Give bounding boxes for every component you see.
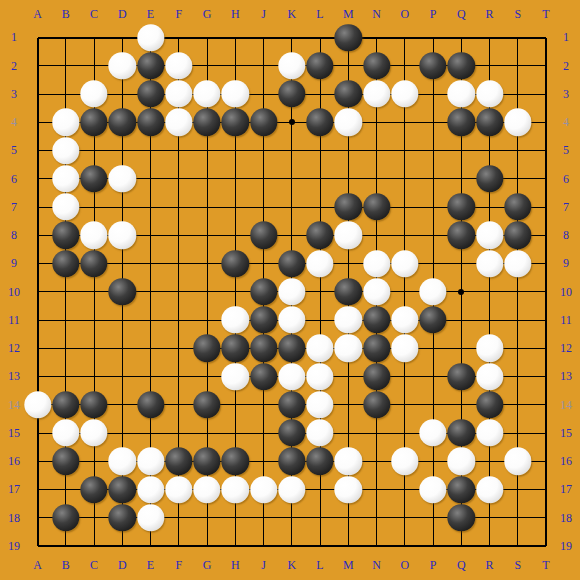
board-cell-D16[interactable]: [108, 447, 136, 475]
board-cell-O17[interactable]: [391, 475, 419, 503]
board-cell-S10[interactable]: [504, 278, 532, 306]
board-cell-B5[interactable]: [52, 136, 80, 164]
board-cell-H19[interactable]: [221, 532, 249, 560]
board-cell-P16[interactable]: [419, 447, 447, 475]
board-cell-Q12[interactable]: [447, 334, 475, 362]
board-cell-J18[interactable]: [249, 504, 277, 532]
board-cell-R3[interactable]: [475, 80, 503, 108]
board-cell-H14[interactable]: [221, 391, 249, 419]
board-cell-J1[interactable]: [249, 23, 277, 51]
board-cell-F2[interactable]: [165, 52, 193, 80]
board-cell-Q10[interactable]: [447, 278, 475, 306]
board-cell-R18[interactable]: [475, 504, 503, 532]
board-cell-G5[interactable]: [193, 136, 221, 164]
board-cell-J10[interactable]: [249, 278, 277, 306]
board-cell-L7[interactable]: [306, 193, 334, 221]
board-cell-G16[interactable]: [193, 447, 221, 475]
board-cell-K6[interactable]: [278, 165, 306, 193]
board-cell-J17[interactable]: [249, 475, 277, 503]
board-cell-T11[interactable]: [532, 306, 560, 334]
board-cell-E19[interactable]: [136, 532, 164, 560]
board-cell-A9[interactable]: [23, 249, 51, 277]
board-cell-G1[interactable]: [193, 23, 221, 51]
board-cell-G15[interactable]: [193, 419, 221, 447]
board-cell-E9[interactable]: [136, 249, 164, 277]
board-cell-K4[interactable]: [278, 108, 306, 136]
board-cell-C13[interactable]: [80, 362, 108, 390]
board-cell-P6[interactable]: [419, 165, 447, 193]
board-cell-L17[interactable]: [306, 475, 334, 503]
board-cell-A3[interactable]: [23, 80, 51, 108]
board-cell-O6[interactable]: [391, 165, 419, 193]
board-cell-G12[interactable]: [193, 334, 221, 362]
board-cell-E10[interactable]: [136, 278, 164, 306]
board-cell-S7[interactable]: [504, 193, 532, 221]
board-cell-E13[interactable]: [136, 362, 164, 390]
board-cell-C8[interactable]: [80, 221, 108, 249]
board-cell-J16[interactable]: [249, 447, 277, 475]
board-cell-T5[interactable]: [532, 136, 560, 164]
board-cell-B9[interactable]: [52, 249, 80, 277]
board-cell-D11[interactable]: [108, 306, 136, 334]
board-cell-F14[interactable]: [165, 391, 193, 419]
board-cell-Q13[interactable]: [447, 362, 475, 390]
board-cell-A16[interactable]: [23, 447, 51, 475]
board-cell-S2[interactable]: [504, 52, 532, 80]
board-cell-P14[interactable]: [419, 391, 447, 419]
board-cell-N8[interactable]: [362, 221, 390, 249]
board-cell-T15[interactable]: [532, 419, 560, 447]
board-cell-D8[interactable]: [108, 221, 136, 249]
board-cell-D6[interactable]: [108, 165, 136, 193]
board-cell-D4[interactable]: [108, 108, 136, 136]
board-cell-T1[interactable]: [532, 23, 560, 51]
board-cell-A10[interactable]: [23, 278, 51, 306]
board-cell-B11[interactable]: [52, 306, 80, 334]
board-cell-S15[interactable]: [504, 419, 532, 447]
board-cell-E14[interactable]: [136, 391, 164, 419]
board-cell-N7[interactable]: [362, 193, 390, 221]
board-cell-F3[interactable]: [165, 80, 193, 108]
board-cell-G7[interactable]: [193, 193, 221, 221]
board-cell-M12[interactable]: [334, 334, 362, 362]
board-cell-E15[interactable]: [136, 419, 164, 447]
board-cell-H4[interactable]: [221, 108, 249, 136]
board-cell-P3[interactable]: [419, 80, 447, 108]
board-cell-N11[interactable]: [362, 306, 390, 334]
board-cell-S16[interactable]: [504, 447, 532, 475]
board-cell-D2[interactable]: [108, 52, 136, 80]
board-cell-O11[interactable]: [391, 306, 419, 334]
board-cell-T14[interactable]: [532, 391, 560, 419]
board-cell-L9[interactable]: [306, 249, 334, 277]
board-cell-P18[interactable]: [419, 504, 447, 532]
board-cell-E8[interactable]: [136, 221, 164, 249]
board-cell-Q7[interactable]: [447, 193, 475, 221]
board-cell-N16[interactable]: [362, 447, 390, 475]
board-cell-B18[interactable]: [52, 504, 80, 532]
board-cell-P7[interactable]: [419, 193, 447, 221]
board-cell-M10[interactable]: [334, 278, 362, 306]
board-cell-Q9[interactable]: [447, 249, 475, 277]
board-cell-R8[interactable]: [475, 221, 503, 249]
board-cell-G2[interactable]: [193, 52, 221, 80]
board-cell-R10[interactable]: [475, 278, 503, 306]
board-cell-P1[interactable]: [419, 23, 447, 51]
board-cell-B15[interactable]: [52, 419, 80, 447]
board-cell-S4[interactable]: [504, 108, 532, 136]
board-cell-O3[interactable]: [391, 80, 419, 108]
board-cell-O10[interactable]: [391, 278, 419, 306]
board-cell-E2[interactable]: [136, 52, 164, 80]
board-cell-M2[interactable]: [334, 52, 362, 80]
board-cell-K2[interactable]: [278, 52, 306, 80]
board-cell-L16[interactable]: [306, 447, 334, 475]
board-cell-H10[interactable]: [221, 278, 249, 306]
board-cell-D5[interactable]: [108, 136, 136, 164]
board-cell-A14[interactable]: [23, 391, 51, 419]
board-cell-K9[interactable]: [278, 249, 306, 277]
board-cell-T19[interactable]: [532, 532, 560, 560]
board-cell-A5[interactable]: [23, 136, 51, 164]
board-cell-K11[interactable]: [278, 306, 306, 334]
board-cell-L1[interactable]: [306, 23, 334, 51]
board-cell-H3[interactable]: [221, 80, 249, 108]
board-cell-G6[interactable]: [193, 165, 221, 193]
board-cell-P15[interactable]: [419, 419, 447, 447]
board-cell-L15[interactable]: [306, 419, 334, 447]
board-cell-R11[interactable]: [475, 306, 503, 334]
board-cell-J14[interactable]: [249, 391, 277, 419]
board-cell-L6[interactable]: [306, 165, 334, 193]
board-cell-M1[interactable]: [334, 23, 362, 51]
board-cell-P12[interactable]: [419, 334, 447, 362]
board-cell-H12[interactable]: [221, 334, 249, 362]
board-cell-F7[interactable]: [165, 193, 193, 221]
board-cell-H6[interactable]: [221, 165, 249, 193]
board-cell-C16[interactable]: [80, 447, 108, 475]
board-cell-L12[interactable]: [306, 334, 334, 362]
board-cell-Q19[interactable]: [447, 532, 475, 560]
board-cell-M11[interactable]: [334, 306, 362, 334]
board-cell-T3[interactable]: [532, 80, 560, 108]
board-cell-R7[interactable]: [475, 193, 503, 221]
board-cell-A7[interactable]: [23, 193, 51, 221]
board-cell-F18[interactable]: [165, 504, 193, 532]
board-cell-L11[interactable]: [306, 306, 334, 334]
board-cell-F16[interactable]: [165, 447, 193, 475]
board-cell-E4[interactable]: [136, 108, 164, 136]
board-cell-B12[interactable]: [52, 334, 80, 362]
board-cell-M13[interactable]: [334, 362, 362, 390]
board-cell-F5[interactable]: [165, 136, 193, 164]
board-cell-A11[interactable]: [23, 306, 51, 334]
board-cell-R5[interactable]: [475, 136, 503, 164]
board-cell-K13[interactable]: [278, 362, 306, 390]
board-cell-B16[interactable]: [52, 447, 80, 475]
board-cell-Q11[interactable]: [447, 306, 475, 334]
board-cell-Q6[interactable]: [447, 165, 475, 193]
board-cell-Q4[interactable]: [447, 108, 475, 136]
board-cell-L10[interactable]: [306, 278, 334, 306]
board-cell-K3[interactable]: [278, 80, 306, 108]
board-cell-C9[interactable]: [80, 249, 108, 277]
board-cell-P9[interactable]: [419, 249, 447, 277]
board-cell-P19[interactable]: [419, 532, 447, 560]
board-cell-A8[interactable]: [23, 221, 51, 249]
board-cell-C12[interactable]: [80, 334, 108, 362]
board-cell-D19[interactable]: [108, 532, 136, 560]
board-cell-L5[interactable]: [306, 136, 334, 164]
board-cell-L13[interactable]: [306, 362, 334, 390]
board-cell-K10[interactable]: [278, 278, 306, 306]
board-cell-O12[interactable]: [391, 334, 419, 362]
board-cell-S8[interactable]: [504, 221, 532, 249]
board-cell-S1[interactable]: [504, 23, 532, 51]
board-cell-S5[interactable]: [504, 136, 532, 164]
board-cell-C5[interactable]: [80, 136, 108, 164]
board-cell-O8[interactable]: [391, 221, 419, 249]
board-cell-H2[interactable]: [221, 52, 249, 80]
board-cell-B19[interactable]: [52, 532, 80, 560]
board-cell-N14[interactable]: [362, 391, 390, 419]
board-cell-C15[interactable]: [80, 419, 108, 447]
board-cell-Q8[interactable]: [447, 221, 475, 249]
board-cell-A2[interactable]: [23, 52, 51, 80]
board-cell-R13[interactable]: [475, 362, 503, 390]
board-cell-H11[interactable]: [221, 306, 249, 334]
board-cell-N6[interactable]: [362, 165, 390, 193]
board-cell-C11[interactable]: [80, 306, 108, 334]
board-cell-J6[interactable]: [249, 165, 277, 193]
board-cell-B13[interactable]: [52, 362, 80, 390]
board-cell-N2[interactable]: [362, 52, 390, 80]
board-cell-J7[interactable]: [249, 193, 277, 221]
board-cell-S11[interactable]: [504, 306, 532, 334]
board-cell-L14[interactable]: [306, 391, 334, 419]
board-cell-A12[interactable]: [23, 334, 51, 362]
board-cell-G11[interactable]: [193, 306, 221, 334]
board-cell-E5[interactable]: [136, 136, 164, 164]
board-cell-B17[interactable]: [52, 475, 80, 503]
board-cell-F15[interactable]: [165, 419, 193, 447]
board-cell-J2[interactable]: [249, 52, 277, 80]
board-cell-L19[interactable]: [306, 532, 334, 560]
board-cell-D15[interactable]: [108, 419, 136, 447]
board-cell-M3[interactable]: [334, 80, 362, 108]
board-cell-J15[interactable]: [249, 419, 277, 447]
board-cell-F13[interactable]: [165, 362, 193, 390]
board-cell-R17[interactable]: [475, 475, 503, 503]
board-cell-E7[interactable]: [136, 193, 164, 221]
board-cell-M17[interactable]: [334, 475, 362, 503]
board-cell-R12[interactable]: [475, 334, 503, 362]
board-cell-O1[interactable]: [391, 23, 419, 51]
board-cell-T2[interactable]: [532, 52, 560, 80]
board-cell-K14[interactable]: [278, 391, 306, 419]
board-cell-F8[interactable]: [165, 221, 193, 249]
board-cell-D18[interactable]: [108, 504, 136, 532]
board-cell-R2[interactable]: [475, 52, 503, 80]
board-cell-G8[interactable]: [193, 221, 221, 249]
board-cell-H17[interactable]: [221, 475, 249, 503]
board-cell-P17[interactable]: [419, 475, 447, 503]
board-cell-G4[interactable]: [193, 108, 221, 136]
board-cell-E6[interactable]: [136, 165, 164, 193]
board-cell-H9[interactable]: [221, 249, 249, 277]
board-cell-A1[interactable]: [23, 23, 51, 51]
board-cell-D7[interactable]: [108, 193, 136, 221]
board-cell-N1[interactable]: [362, 23, 390, 51]
board-cell-D12[interactable]: [108, 334, 136, 362]
board-cell-S6[interactable]: [504, 165, 532, 193]
board-cell-O16[interactable]: [391, 447, 419, 475]
board-cell-F1[interactable]: [165, 23, 193, 51]
board-cell-T16[interactable]: [532, 447, 560, 475]
board-cell-F12[interactable]: [165, 334, 193, 362]
board-cell-J19[interactable]: [249, 532, 277, 560]
board-cell-R14[interactable]: [475, 391, 503, 419]
board-cell-S9[interactable]: [504, 249, 532, 277]
board-cell-T6[interactable]: [532, 165, 560, 193]
board-cell-S19[interactable]: [504, 532, 532, 560]
board-cell-N13[interactable]: [362, 362, 390, 390]
board-cell-B8[interactable]: [52, 221, 80, 249]
board-cell-K17[interactable]: [278, 475, 306, 503]
board-cell-E18[interactable]: [136, 504, 164, 532]
board-cell-H7[interactable]: [221, 193, 249, 221]
board-cell-O19[interactable]: [391, 532, 419, 560]
board-cell-B6[interactable]: [52, 165, 80, 193]
board-cell-N5[interactable]: [362, 136, 390, 164]
board-cell-E17[interactable]: [136, 475, 164, 503]
board-cell-T7[interactable]: [532, 193, 560, 221]
board-cell-O15[interactable]: [391, 419, 419, 447]
board-cell-O14[interactable]: [391, 391, 419, 419]
board-cell-B3[interactable]: [52, 80, 80, 108]
board-cell-R15[interactable]: [475, 419, 503, 447]
board-cell-J4[interactable]: [249, 108, 277, 136]
board-cell-E12[interactable]: [136, 334, 164, 362]
board-cell-N18[interactable]: [362, 504, 390, 532]
board-cell-B1[interactable]: [52, 23, 80, 51]
board-cell-M18[interactable]: [334, 504, 362, 532]
board-cell-Q14[interactable]: [447, 391, 475, 419]
board-cell-S13[interactable]: [504, 362, 532, 390]
board-cell-S12[interactable]: [504, 334, 532, 362]
board-cell-M8[interactable]: [334, 221, 362, 249]
board-cell-J8[interactable]: [249, 221, 277, 249]
board-cell-E3[interactable]: [136, 80, 164, 108]
board-cell-K19[interactable]: [278, 532, 306, 560]
board-cell-O2[interactable]: [391, 52, 419, 80]
board-cell-R9[interactable]: [475, 249, 503, 277]
board-cell-C18[interactable]: [80, 504, 108, 532]
board-cell-Q3[interactable]: [447, 80, 475, 108]
board-cell-K1[interactable]: [278, 23, 306, 51]
board-cell-D3[interactable]: [108, 80, 136, 108]
board-cell-D1[interactable]: [108, 23, 136, 51]
board-cell-F9[interactable]: [165, 249, 193, 277]
board-cell-H18[interactable]: [221, 504, 249, 532]
board-cell-K5[interactable]: [278, 136, 306, 164]
board-cell-E11[interactable]: [136, 306, 164, 334]
board-cell-N15[interactable]: [362, 419, 390, 447]
board-cell-P10[interactable]: [419, 278, 447, 306]
board-cell-C19[interactable]: [80, 532, 108, 560]
board-cell-B4[interactable]: [52, 108, 80, 136]
board-cell-D13[interactable]: [108, 362, 136, 390]
board-cell-Q5[interactable]: [447, 136, 475, 164]
board-cell-Q1[interactable]: [447, 23, 475, 51]
board-cell-J13[interactable]: [249, 362, 277, 390]
board-cell-M15[interactable]: [334, 419, 362, 447]
board-cell-K8[interactable]: [278, 221, 306, 249]
board-cell-N4[interactable]: [362, 108, 390, 136]
board-cell-B2[interactable]: [52, 52, 80, 80]
board-cell-Q17[interactable]: [447, 475, 475, 503]
board-cell-C2[interactable]: [80, 52, 108, 80]
board-cell-O18[interactable]: [391, 504, 419, 532]
board-cell-N9[interactable]: [362, 249, 390, 277]
board-cell-H8[interactable]: [221, 221, 249, 249]
board-cell-P2[interactable]: [419, 52, 447, 80]
board-cell-K16[interactable]: [278, 447, 306, 475]
board-cell-F4[interactable]: [165, 108, 193, 136]
board-cell-K18[interactable]: [278, 504, 306, 532]
board-cell-L2[interactable]: [306, 52, 334, 80]
board-cell-C10[interactable]: [80, 278, 108, 306]
board-cell-T10[interactable]: [532, 278, 560, 306]
board-cell-Q15[interactable]: [447, 419, 475, 447]
board-cell-A15[interactable]: [23, 419, 51, 447]
board-cell-R4[interactable]: [475, 108, 503, 136]
board-cell-K7[interactable]: [278, 193, 306, 221]
board-cell-J9[interactable]: [249, 249, 277, 277]
board-cell-E1[interactable]: [136, 23, 164, 51]
board-cell-C3[interactable]: [80, 80, 108, 108]
board-cell-M7[interactable]: [334, 193, 362, 221]
board-cell-T4[interactable]: [532, 108, 560, 136]
board-cell-C14[interactable]: [80, 391, 108, 419]
board-cell-B10[interactable]: [52, 278, 80, 306]
board-cell-H13[interactable]: [221, 362, 249, 390]
board-cell-C17[interactable]: [80, 475, 108, 503]
board-cell-H15[interactable]: [221, 419, 249, 447]
board-cell-C1[interactable]: [80, 23, 108, 51]
board-cell-A18[interactable]: [23, 504, 51, 532]
board-cell-C6[interactable]: [80, 165, 108, 193]
board-cell-P13[interactable]: [419, 362, 447, 390]
board-cell-J3[interactable]: [249, 80, 277, 108]
board-cell-T13[interactable]: [532, 362, 560, 390]
board-cell-N12[interactable]: [362, 334, 390, 362]
board-cell-D17[interactable]: [108, 475, 136, 503]
board-cell-F19[interactable]: [165, 532, 193, 560]
board-cell-Q16[interactable]: [447, 447, 475, 475]
board-cell-M9[interactable]: [334, 249, 362, 277]
board-cell-B7[interactable]: [52, 193, 80, 221]
board-cell-H16[interactable]: [221, 447, 249, 475]
board-cell-L18[interactable]: [306, 504, 334, 532]
board-cell-M6[interactable]: [334, 165, 362, 193]
board-cell-N3[interactable]: [362, 80, 390, 108]
board-cell-A6[interactable]: [23, 165, 51, 193]
board-cell-R6[interactable]: [475, 165, 503, 193]
board-cell-F11[interactable]: [165, 306, 193, 334]
board-cell-T9[interactable]: [532, 249, 560, 277]
board-cell-Q18[interactable]: [447, 504, 475, 532]
